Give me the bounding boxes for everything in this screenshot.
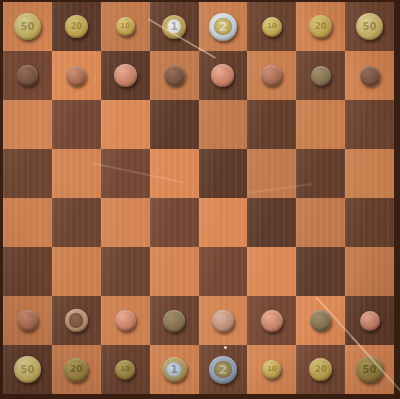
- coin-denomination: 20: [71, 23, 82, 31]
- square-b1[interactable]: 20: [52, 345, 101, 394]
- square-d6[interactable]: [150, 100, 199, 149]
- square-a6[interactable]: [3, 100, 52, 149]
- square-g3[interactable]: [296, 247, 345, 296]
- coin-center: 1: [166, 362, 182, 378]
- square-g8[interactable]: 20: [296, 2, 345, 51]
- square-g6[interactable]: [296, 100, 345, 149]
- square-e1[interactable]: 2: [199, 345, 248, 394]
- square-b8[interactable]: 20: [52, 2, 101, 51]
- coin-denomination: 20: [70, 365, 83, 374]
- square-h2[interactable]: [345, 296, 394, 345]
- square-g1[interactable]: 20: [296, 345, 345, 394]
- coin-white-pawn-f2[interactable]: [261, 310, 283, 332]
- square-d8[interactable]: 1: [150, 2, 199, 51]
- square-g5[interactable]: [296, 149, 345, 198]
- coin-black-rook-a8[interactable]: 50: [14, 13, 41, 40]
- square-f3[interactable]: [247, 247, 296, 296]
- coin-white-pawn-g2[interactable]: [310, 310, 331, 331]
- square-d7[interactable]: [150, 51, 199, 100]
- coin-white-rook-h1[interactable]: 50: [356, 356, 383, 383]
- square-f7[interactable]: [247, 51, 296, 100]
- coin-white-pawn-h2[interactable]: [360, 311, 380, 331]
- square-c2[interactable]: [101, 296, 150, 345]
- coin-white-pawn-a2[interactable]: [17, 310, 38, 331]
- square-d3[interactable]: [150, 247, 199, 296]
- coin-center: 2: [214, 361, 231, 378]
- coin-black-knight-b8[interactable]: 20: [65, 15, 88, 38]
- square-d2[interactable]: [150, 296, 199, 345]
- square-a7[interactable]: [3, 51, 52, 100]
- square-a5[interactable]: [3, 149, 52, 198]
- square-d1[interactable]: 1: [150, 345, 199, 394]
- coin-white-pawn-b2[interactable]: [65, 309, 88, 332]
- square-f1[interactable]: 10: [247, 345, 296, 394]
- square-h6[interactable]: [345, 100, 394, 149]
- square-h3[interactable]: [345, 247, 394, 296]
- coin-white-bishop-c1[interactable]: 10: [115, 360, 135, 380]
- coin-white-queen-d1[interactable]: 1: [162, 357, 187, 382]
- coin-black-pawn-h7[interactable]: [360, 66, 380, 86]
- coin-denomination: 20: [315, 366, 326, 374]
- coin-black-king-e8[interactable]: 2: [209, 13, 237, 41]
- square-h5[interactable]: [345, 149, 394, 198]
- coin-black-pawn-f7[interactable]: [261, 65, 282, 86]
- square-c6[interactable]: [101, 100, 150, 149]
- coin-denomination: 1: [170, 364, 178, 375]
- square-f6[interactable]: [247, 100, 296, 149]
- square-c7[interactable]: [101, 51, 150, 100]
- square-h7[interactable]: [345, 51, 394, 100]
- coin-white-bishop-f1[interactable]: 10: [262, 360, 281, 379]
- square-h4[interactable]: [345, 198, 394, 247]
- square-d4[interactable]: [150, 198, 199, 247]
- square-b3[interactable]: [52, 247, 101, 296]
- coin-denomination: 10: [267, 23, 277, 30]
- coin-denomination: 2: [218, 20, 227, 33]
- coin-denomination: 50: [20, 365, 34, 375]
- square-e5[interactable]: [199, 149, 248, 198]
- coin-black-bishop-f8[interactable]: 10: [262, 17, 282, 37]
- square-f4[interactable]: [247, 198, 296, 247]
- coin-denomination: 50: [363, 22, 377, 32]
- square-b5[interactable]: [52, 149, 101, 198]
- coin-white-king-e1[interactable]: 2: [209, 356, 237, 384]
- coin-black-bishop-c8[interactable]: 10: [116, 17, 135, 36]
- square-h1[interactable]: 50: [345, 345, 394, 394]
- coin-denomination: 10: [267, 366, 277, 373]
- coin-center: [69, 313, 83, 327]
- chessboard: 5020101210205050201012102050: [3, 2, 394, 394]
- coin-black-knight-g8[interactable]: 20: [309, 15, 332, 38]
- square-f5[interactable]: [247, 149, 296, 198]
- square-g7[interactable]: [296, 51, 345, 100]
- square-g4[interactable]: [296, 198, 345, 247]
- square-a3[interactable]: [3, 247, 52, 296]
- square-d5[interactable]: [150, 149, 199, 198]
- coin-white-pawn-c2[interactable]: [115, 310, 136, 331]
- square-a1[interactable]: 50: [3, 345, 52, 394]
- square-e3[interactable]: [199, 247, 248, 296]
- coin-black-pawn-b7[interactable]: [66, 66, 86, 86]
- coin-denomination: 50: [363, 365, 377, 375]
- coin-center: 1: [167, 19, 182, 34]
- coin-black-pawn-d7[interactable]: [164, 65, 185, 86]
- square-e2[interactable]: [199, 296, 248, 345]
- square-e8[interactable]: 2: [199, 2, 248, 51]
- square-g2[interactable]: [296, 296, 345, 345]
- coin-denomination: 10: [120, 366, 130, 373]
- coin-white-rook-a1[interactable]: 50: [14, 356, 41, 383]
- coin-black-pawn-a7[interactable]: [17, 65, 38, 86]
- coin-black-pawn-e7[interactable]: [211, 64, 234, 87]
- square-b2[interactable]: [52, 296, 101, 345]
- square-h8[interactable]: 50: [345, 2, 394, 51]
- coin-white-pawn-d2[interactable]: [163, 310, 185, 332]
- square-b7[interactable]: [52, 51, 101, 100]
- coin-white-pawn-e2[interactable]: [212, 310, 234, 332]
- coin-white-knight-g1[interactable]: 20: [309, 358, 332, 381]
- square-f8[interactable]: 10: [247, 2, 296, 51]
- square-c1[interactable]: 10: [101, 345, 150, 394]
- square-b6[interactable]: [52, 100, 101, 149]
- square-e4[interactable]: [199, 198, 248, 247]
- coin-denomination: 2: [218, 363, 227, 376]
- square-e6[interactable]: [199, 100, 248, 149]
- square-a8[interactable]: 50: [3, 2, 52, 51]
- coin-center: 2: [214, 18, 231, 35]
- board-photo: 5020101210205050201012102050: [0, 0, 400, 399]
- coin-denomination: 20: [315, 23, 326, 31]
- coin-denomination: 10: [120, 23, 130, 30]
- square-c3[interactable]: [101, 247, 150, 296]
- coin-white-knight-b1[interactable]: 20: [64, 358, 88, 382]
- coin-black-pawn-g7[interactable]: [311, 66, 331, 86]
- coin-denomination: 1: [170, 21, 178, 32]
- coin-black-queen-d8[interactable]: 1: [162, 15, 186, 39]
- square-c5[interactable]: [101, 149, 150, 198]
- coin-black-pawn-c7[interactable]: [114, 64, 137, 87]
- square-e7[interactable]: [199, 51, 248, 100]
- coin-black-rook-h8[interactable]: 50: [356, 13, 383, 40]
- square-c4[interactable]: [101, 198, 150, 247]
- coin-denomination: 50: [20, 22, 34, 32]
- square-a2[interactable]: [3, 296, 52, 345]
- square-b4[interactable]: [52, 198, 101, 247]
- square-c8[interactable]: 10: [101, 2, 150, 51]
- square-f2[interactable]: [247, 296, 296, 345]
- square-a4[interactable]: [3, 198, 52, 247]
